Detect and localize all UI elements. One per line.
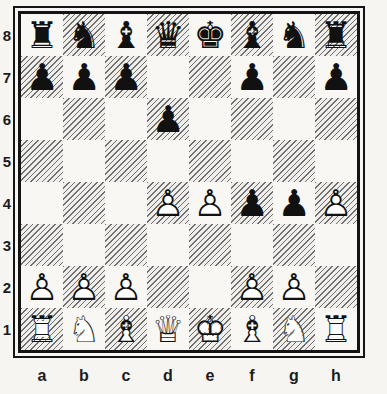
square-c2: ♟♙ — [105, 266, 147, 308]
rank-label-7: 7 — [0, 56, 14, 98]
square-c6 — [105, 98, 147, 140]
file-label-b: b — [63, 361, 105, 391]
file-label-a: a — [21, 361, 63, 391]
white-pawn: ♙ — [189, 182, 231, 224]
square-a2: ♟♙ — [21, 266, 63, 308]
square-e4: ♟♙ — [189, 182, 231, 224]
square-e2 — [189, 266, 231, 308]
white-pawn: ♙ — [315, 182, 357, 224]
square-a5 — [21, 140, 63, 182]
file-labels: abcdefgh — [21, 361, 357, 391]
square-g4: ♟ — [273, 182, 315, 224]
square-h8: ♜ — [315, 14, 357, 56]
white-knight: ♘ — [273, 308, 315, 350]
white-pawn: ♙ — [231, 266, 273, 308]
square-g6 — [273, 98, 315, 140]
white-pawn: ♙ — [21, 266, 63, 308]
square-f6 — [231, 98, 273, 140]
square-c8: ♝ — [105, 14, 147, 56]
black-rook: ♜ — [21, 14, 63, 56]
white-rook: ♖ — [315, 308, 357, 350]
square-d2 — [147, 266, 189, 308]
rank-label-3: 3 — [0, 224, 14, 266]
black-bishop: ♝ — [231, 14, 273, 56]
square-c3 — [105, 224, 147, 266]
square-b7: ♟ — [63, 56, 105, 98]
file-label-e: e — [189, 361, 231, 391]
square-e8: ♚ — [189, 14, 231, 56]
square-h5 — [315, 140, 357, 182]
square-c5 — [105, 140, 147, 182]
square-a3 — [21, 224, 63, 266]
black-pawn: ♟ — [231, 56, 273, 98]
square-d5 — [147, 140, 189, 182]
square-f4: ♟ — [231, 182, 273, 224]
black-rook: ♜ — [315, 14, 357, 56]
black-pawn: ♟ — [21, 56, 63, 98]
square-a4 — [21, 182, 63, 224]
rank-label-6: 6 — [0, 98, 14, 140]
rank-label-8: 8 — [0, 14, 14, 56]
square-d6: ♟ — [147, 98, 189, 140]
square-d4: ♟♙ — [147, 182, 189, 224]
white-queen: ♕ — [147, 308, 189, 350]
black-king: ♚ — [189, 14, 231, 56]
square-f3 — [231, 224, 273, 266]
square-d7 — [147, 56, 189, 98]
file-label-f: f — [231, 361, 273, 391]
square-b1: ♞♘ — [63, 308, 105, 350]
black-queen: ♛ — [147, 14, 189, 56]
square-b5 — [63, 140, 105, 182]
square-b3 — [63, 224, 105, 266]
square-b6 — [63, 98, 105, 140]
square-f2: ♟♙ — [231, 266, 273, 308]
rank-labels: 87654321 — [0, 14, 14, 350]
black-pawn: ♟ — [273, 182, 315, 224]
square-g8: ♞ — [273, 14, 315, 56]
chess-diagram: 87654321 ♜♞♝♛♚♝♞♜♟♟♟♟♟♟♟♙♟♙♟♟♟♙♟♙♟♙♟♙♟♙♟… — [0, 0, 387, 394]
file-label-g: g — [273, 361, 315, 391]
square-g3 — [273, 224, 315, 266]
black-pawn: ♟ — [231, 182, 273, 224]
square-h3 — [315, 224, 357, 266]
white-bishop: ♗ — [105, 308, 147, 350]
black-pawn: ♟ — [315, 56, 357, 98]
square-b8: ♞ — [63, 14, 105, 56]
square-e6 — [189, 98, 231, 140]
white-pawn: ♙ — [63, 266, 105, 308]
square-e3 — [189, 224, 231, 266]
square-h2 — [315, 266, 357, 308]
square-d3 — [147, 224, 189, 266]
square-a6 — [21, 98, 63, 140]
white-pawn: ♙ — [273, 266, 315, 308]
white-rook: ♖ — [21, 308, 63, 350]
square-b4 — [63, 182, 105, 224]
black-bishop: ♝ — [105, 14, 147, 56]
black-pawn: ♟ — [105, 56, 147, 98]
white-knight: ♘ — [63, 308, 105, 350]
black-knight: ♞ — [273, 14, 315, 56]
board-inner-border: ♜♞♝♛♚♝♞♜♟♟♟♟♟♟♟♙♟♙♟♟♟♙♟♙♟♙♟♙♟♙♟♙♜♖♞♘♝♗♛♕… — [18, 11, 360, 353]
square-e1: ♚♔ — [189, 308, 231, 350]
square-h7: ♟ — [315, 56, 357, 98]
square-h4: ♟♙ — [315, 182, 357, 224]
white-bishop: ♗ — [231, 308, 273, 350]
square-e7 — [189, 56, 231, 98]
square-a1: ♜♖ — [21, 308, 63, 350]
black-knight: ♞ — [63, 14, 105, 56]
rank-label-2: 2 — [0, 266, 14, 308]
file-label-d: d — [147, 361, 189, 391]
square-a8: ♜ — [21, 14, 63, 56]
square-a7: ♟ — [21, 56, 63, 98]
chess-board: ♜♞♝♛♚♝♞♜♟♟♟♟♟♟♟♙♟♙♟♟♟♙♟♙♟♙♟♙♟♙♟♙♜♖♞♘♝♗♛♕… — [21, 14, 357, 350]
square-g7 — [273, 56, 315, 98]
rank-label-4: 4 — [0, 182, 14, 224]
white-pawn: ♙ — [105, 266, 147, 308]
board-frame: ♜♞♝♛♚♝♞♜♟♟♟♟♟♟♟♙♟♙♟♟♟♙♟♙♟♙♟♙♟♙♟♙♜♖♞♘♝♗♛♕… — [13, 6, 365, 358]
square-d1: ♛♕ — [147, 308, 189, 350]
square-f8: ♝ — [231, 14, 273, 56]
square-h1: ♜♖ — [315, 308, 357, 350]
square-c7: ♟ — [105, 56, 147, 98]
square-d8: ♛ — [147, 14, 189, 56]
white-pawn: ♙ — [147, 182, 189, 224]
square-g1: ♞♘ — [273, 308, 315, 350]
square-c4 — [105, 182, 147, 224]
white-king: ♔ — [189, 308, 231, 350]
square-h6 — [315, 98, 357, 140]
square-g2: ♟♙ — [273, 266, 315, 308]
square-b2: ♟♙ — [63, 266, 105, 308]
square-c1: ♝♗ — [105, 308, 147, 350]
square-f1: ♝♗ — [231, 308, 273, 350]
black-pawn: ♟ — [147, 98, 189, 140]
file-label-h: h — [315, 361, 357, 391]
rank-label-1: 1 — [0, 308, 14, 350]
square-g5 — [273, 140, 315, 182]
rank-label-5: 5 — [0, 140, 14, 182]
square-e5 — [189, 140, 231, 182]
file-label-c: c — [105, 361, 147, 391]
square-f5 — [231, 140, 273, 182]
square-f7: ♟ — [231, 56, 273, 98]
black-pawn: ♟ — [63, 56, 105, 98]
